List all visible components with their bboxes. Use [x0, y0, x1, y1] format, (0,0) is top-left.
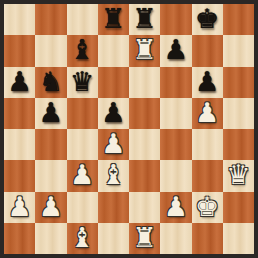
piece-white-king[interactable]: ♚: [195, 193, 219, 220]
piece-white-pawn[interactable]: ♟: [101, 130, 125, 157]
square-a8[interactable]: [4, 4, 35, 35]
square-d4[interactable]: ♟: [98, 129, 129, 160]
square-h7[interactable]: [223, 35, 254, 66]
chess-board: ♜♜♚♝♜♟♟♞♛♟♟♟♟♟♟♝♛♟♟♟♚♝♜: [4, 4, 254, 254]
square-f7[interactable]: ♟: [160, 35, 191, 66]
piece-white-pawn[interactable]: ♟: [195, 99, 219, 126]
square-g5[interactable]: ♟: [192, 98, 223, 129]
square-a4[interactable]: [4, 129, 35, 160]
piece-black-bishop[interactable]: ♝: [70, 36, 94, 63]
square-a1[interactable]: [4, 223, 35, 254]
piece-black-pawn[interactable]: ♟: [8, 68, 32, 95]
square-c1[interactable]: ♝: [67, 223, 98, 254]
square-a7[interactable]: [4, 35, 35, 66]
square-e8[interactable]: ♜: [129, 4, 160, 35]
square-a6[interactable]: ♟: [4, 67, 35, 98]
square-f2[interactable]: ♟: [160, 192, 191, 223]
square-g3[interactable]: [192, 160, 223, 191]
piece-black-rook[interactable]: ♜: [101, 5, 125, 32]
piece-black-pawn[interactable]: ♟: [39, 99, 63, 126]
square-e2[interactable]: [129, 192, 160, 223]
square-c5[interactable]: [67, 98, 98, 129]
square-a5[interactable]: [4, 98, 35, 129]
square-b7[interactable]: [35, 35, 66, 66]
square-c7[interactable]: ♝: [67, 35, 98, 66]
square-d6[interactable]: [98, 67, 129, 98]
piece-white-pawn[interactable]: ♟: [70, 161, 94, 188]
square-f6[interactable]: [160, 67, 191, 98]
piece-white-rook[interactable]: ♜: [133, 224, 157, 251]
square-e6[interactable]: [129, 67, 160, 98]
square-d2[interactable]: [98, 192, 129, 223]
square-h2[interactable]: [223, 192, 254, 223]
square-b4[interactable]: [35, 129, 66, 160]
board-frame: ♜♜♚♝♜♟♟♞♛♟♟♟♟♟♟♝♛♟♟♟♚♝♜: [0, 0, 258, 258]
square-b5[interactable]: ♟: [35, 98, 66, 129]
square-c3[interactable]: ♟: [67, 160, 98, 191]
square-g7[interactable]: [192, 35, 223, 66]
piece-black-pawn[interactable]: ♟: [101, 99, 125, 126]
piece-white-pawn[interactable]: ♟: [164, 193, 188, 220]
square-c8[interactable]: [67, 4, 98, 35]
square-d3[interactable]: ♝: [98, 160, 129, 191]
square-d8[interactable]: ♜: [98, 4, 129, 35]
piece-black-rook[interactable]: ♜: [133, 5, 157, 32]
square-g6[interactable]: ♟: [192, 67, 223, 98]
square-c4[interactable]: [67, 129, 98, 160]
square-h4[interactable]: [223, 129, 254, 160]
square-b8[interactable]: [35, 4, 66, 35]
square-d5[interactable]: ♟: [98, 98, 129, 129]
square-g2[interactable]: ♚: [192, 192, 223, 223]
square-e1[interactable]: ♜: [129, 223, 160, 254]
square-d7[interactable]: [98, 35, 129, 66]
square-f1[interactable]: [160, 223, 191, 254]
square-c2[interactable]: [67, 192, 98, 223]
piece-black-queen[interactable]: ♛: [70, 68, 94, 95]
square-e7[interactable]: ♜: [129, 35, 160, 66]
square-b3[interactable]: [35, 160, 66, 191]
square-f4[interactable]: [160, 129, 191, 160]
square-f5[interactable]: [160, 98, 191, 129]
piece-black-knight[interactable]: ♞: [39, 68, 63, 95]
piece-white-bishop[interactable]: ♝: [70, 224, 94, 251]
square-g1[interactable]: [192, 223, 223, 254]
piece-black-pawn[interactable]: ♟: [164, 36, 188, 63]
square-b1[interactable]: [35, 223, 66, 254]
square-h6[interactable]: [223, 67, 254, 98]
piece-white-pawn[interactable]: ♟: [8, 193, 32, 220]
piece-white-queen[interactable]: ♛: [226, 161, 250, 188]
piece-white-pawn[interactable]: ♟: [39, 193, 63, 220]
piece-black-king[interactable]: ♚: [195, 5, 219, 32]
square-a2[interactable]: ♟: [4, 192, 35, 223]
square-g8[interactable]: ♚: [192, 4, 223, 35]
square-f8[interactable]: [160, 4, 191, 35]
square-b2[interactable]: ♟: [35, 192, 66, 223]
square-h3[interactable]: ♛: [223, 160, 254, 191]
piece-white-rook[interactable]: ♜: [133, 36, 157, 63]
square-a3[interactable]: [4, 160, 35, 191]
square-f3[interactable]: [160, 160, 191, 191]
square-e5[interactable]: [129, 98, 160, 129]
square-b6[interactable]: ♞: [35, 67, 66, 98]
square-c6[interactable]: ♛: [67, 67, 98, 98]
square-e4[interactable]: [129, 129, 160, 160]
square-h8[interactable]: [223, 4, 254, 35]
piece-black-pawn[interactable]: ♟: [195, 68, 219, 95]
square-e3[interactable]: [129, 160, 160, 191]
square-g4[interactable]: [192, 129, 223, 160]
square-d1[interactable]: [98, 223, 129, 254]
square-h1[interactable]: [223, 223, 254, 254]
piece-white-bishop[interactable]: ♝: [101, 161, 125, 188]
square-h5[interactable]: [223, 98, 254, 129]
